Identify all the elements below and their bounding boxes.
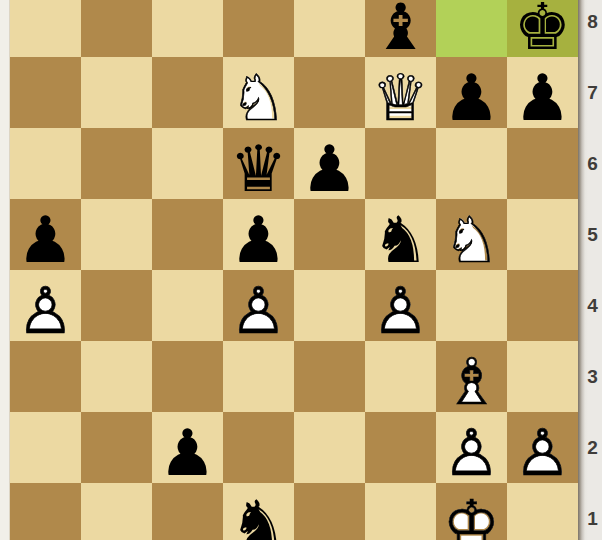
white-pawn-glyph: ♙ [17, 279, 74, 343]
left-gutter [0, 0, 10, 540]
square-a8[interactable] [10, 0, 81, 57]
piece-black-pawn[interactable]: ♟ [436, 57, 507, 128]
square-b7[interactable] [81, 57, 152, 128]
square-h8[interactable]: ♚ [507, 0, 578, 57]
square-c4[interactable] [152, 270, 223, 341]
black-pawn-glyph: ♟ [301, 137, 358, 201]
piece-white-queen[interactable]: ♛♕ [365, 57, 436, 128]
piece-black-knight[interactable]: ♞ [223, 483, 294, 540]
white-knight-glyph: ♘ [443, 208, 500, 272]
square-f8[interactable]: ♝ [365, 0, 436, 57]
black-bishop-glyph: ♝ [372, 0, 429, 59]
white-knight-glyph: ♘ [230, 66, 287, 130]
square-g4[interactable] [436, 270, 507, 341]
square-d8[interactable] [223, 0, 294, 57]
square-f1[interactable] [365, 483, 436, 540]
piece-black-pawn[interactable]: ♟ [10, 199, 81, 270]
square-e5[interactable] [294, 199, 365, 270]
square-e6[interactable]: ♟ [294, 128, 365, 199]
square-b1[interactable] [81, 483, 152, 540]
piece-white-pawn[interactable]: ♟♙ [10, 270, 81, 341]
square-e8[interactable] [294, 0, 365, 57]
square-d3[interactable] [223, 341, 294, 412]
white-pawn-glyph: ♙ [443, 421, 500, 485]
rank-label-4: 4 [578, 270, 602, 341]
rank-label-2: 2 [578, 412, 602, 483]
black-knight-glyph: ♞ [230, 492, 287, 540]
piece-black-knight[interactable]: ♞ [365, 199, 436, 270]
square-a2[interactable] [10, 412, 81, 483]
square-f4[interactable]: ♟♙ [365, 270, 436, 341]
rank-label-6: 6 [578, 128, 602, 199]
white-bishop-glyph: ♗ [443, 350, 500, 414]
square-h6[interactable] [507, 128, 578, 199]
white-king-glyph: ♔ [443, 492, 500, 540]
square-b8[interactable] [81, 0, 152, 57]
white-pawn-glyph: ♙ [514, 421, 571, 485]
square-c5[interactable] [152, 199, 223, 270]
square-f5[interactable]: ♞ [365, 199, 436, 270]
piece-white-pawn[interactable]: ♟♙ [507, 412, 578, 483]
piece-white-pawn[interactable]: ♟♙ [436, 412, 507, 483]
square-a5[interactable]: ♟ [10, 199, 81, 270]
square-g7[interactable]: ♟ [436, 57, 507, 128]
black-pawn-glyph: ♟ [17, 208, 74, 272]
rank-label-7: 7 [578, 57, 602, 128]
square-c6[interactable] [152, 128, 223, 199]
square-g2[interactable]: ♟♙ [436, 412, 507, 483]
square-e2[interactable] [294, 412, 365, 483]
square-e4[interactable] [294, 270, 365, 341]
piece-black-pawn[interactable]: ♟ [223, 199, 294, 270]
square-c3[interactable] [152, 341, 223, 412]
rank-coordinates: 87654321 [578, 0, 602, 540]
white-queen-glyph: ♕ [372, 66, 429, 130]
square-g5[interactable]: ♞♘ [436, 199, 507, 270]
piece-black-pawn[interactable]: ♟ [152, 412, 223, 483]
square-a1[interactable] [10, 483, 81, 540]
square-b3[interactable] [81, 341, 152, 412]
piece-white-knight[interactable]: ♞♘ [223, 57, 294, 128]
square-d6[interactable]: ♛ [223, 128, 294, 199]
piece-black-pawn[interactable]: ♟ [507, 57, 578, 128]
square-a4[interactable]: ♟♙ [10, 270, 81, 341]
square-e3[interactable] [294, 341, 365, 412]
square-c7[interactable] [152, 57, 223, 128]
black-king-glyph: ♚ [514, 0, 571, 59]
piece-white-bishop[interactable]: ♝♗ [436, 341, 507, 412]
square-b5[interactable] [81, 199, 152, 270]
square-e7[interactable] [294, 57, 365, 128]
square-a3[interactable] [10, 341, 81, 412]
square-d2[interactable] [223, 412, 294, 483]
chess-board[interactable]: ♝♚♞♘♛♕♟♟♛♟♟♟♞♞♘♟♙♟♙♟♙♝♗♟♟♙♟♙♞♚♔ [10, 0, 578, 540]
piece-black-king[interactable]: ♚ [507, 0, 578, 57]
black-pawn-glyph: ♟ [230, 208, 287, 272]
piece-black-pawn[interactable]: ♟ [294, 128, 365, 199]
square-h5[interactable] [507, 199, 578, 270]
square-d7[interactable]: ♞♘ [223, 57, 294, 128]
white-pawn-glyph: ♙ [230, 279, 287, 343]
square-d1[interactable]: ♞ [223, 483, 294, 540]
square-f7[interactable]: ♛♕ [365, 57, 436, 128]
piece-white-pawn[interactable]: ♟♙ [223, 270, 294, 341]
square-h1[interactable] [507, 483, 578, 540]
square-b6[interactable] [81, 128, 152, 199]
square-h2[interactable]: ♟♙ [507, 412, 578, 483]
square-g1[interactable]: ♚♔ [436, 483, 507, 540]
square-h7[interactable]: ♟ [507, 57, 578, 128]
rank-label-8: 8 [578, 0, 602, 57]
piece-white-king[interactable]: ♚♔ [436, 483, 507, 540]
black-pawn-glyph: ♟ [514, 66, 571, 130]
black-queen-glyph: ♛ [230, 137, 287, 201]
square-a6[interactable] [10, 128, 81, 199]
white-pawn-glyph: ♙ [372, 279, 429, 343]
black-pawn-glyph: ♟ [159, 421, 216, 485]
rank-label-1: 1 [578, 483, 602, 540]
square-d5[interactable]: ♟ [223, 199, 294, 270]
rank-label-3: 3 [578, 341, 602, 412]
square-d4[interactable]: ♟♙ [223, 270, 294, 341]
chess-board-page: ♝♚♞♘♛♕♟♟♛♟♟♟♞♞♘♟♙♟♙♟♙♝♗♟♟♙♟♙♞♚♔ 87654321 [0, 0, 602, 540]
square-b4[interactable] [81, 270, 152, 341]
square-g8[interactable] [436, 0, 507, 57]
black-knight-glyph: ♞ [372, 208, 429, 272]
square-h3[interactable] [507, 341, 578, 412]
square-c1[interactable] [152, 483, 223, 540]
square-e1[interactable] [294, 483, 365, 540]
square-h4[interactable] [507, 270, 578, 341]
square-c8[interactable] [152, 0, 223, 57]
square-c2[interactable]: ♟ [152, 412, 223, 483]
piece-white-knight[interactable]: ♞♘ [436, 199, 507, 270]
square-f6[interactable] [365, 128, 436, 199]
black-pawn-glyph: ♟ [443, 66, 500, 130]
piece-black-queen[interactable]: ♛ [223, 128, 294, 199]
piece-black-bishop[interactable]: ♝ [365, 0, 436, 57]
piece-white-pawn[interactable]: ♟♙ [365, 270, 436, 341]
square-g3[interactable]: ♝♗ [436, 341, 507, 412]
square-b2[interactable] [81, 412, 152, 483]
rank-label-5: 5 [578, 199, 602, 270]
square-g6[interactable] [436, 128, 507, 199]
square-f3[interactable] [365, 341, 436, 412]
square-a7[interactable] [10, 57, 81, 128]
square-f2[interactable] [365, 412, 436, 483]
